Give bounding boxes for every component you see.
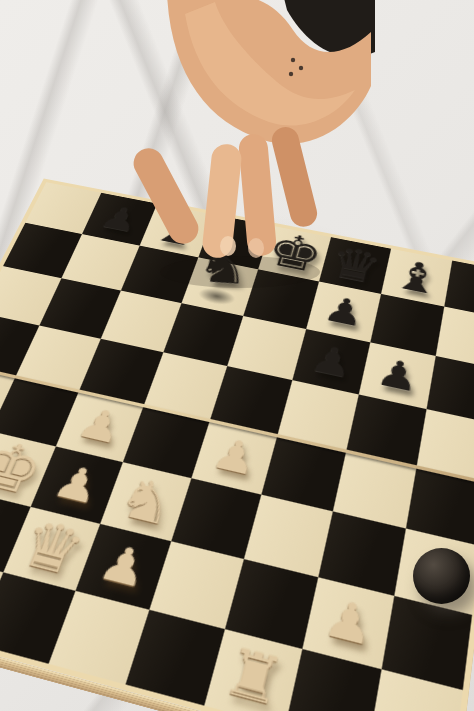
square-e1[interactable]	[126, 610, 225, 706]
square-h4[interactable]	[406, 466, 474, 546]
square-c2[interactable]	[3, 507, 100, 591]
square-g4[interactable]	[333, 451, 417, 529]
hand-illustration	[55, 0, 375, 334]
square-g3[interactable]	[318, 511, 406, 596]
square-e4[interactable]	[191, 420, 277, 495]
square-e2[interactable]	[149, 541, 244, 629]
thumb	[128, 143, 203, 249]
square-f3[interactable]	[244, 495, 333, 578]
piece-white-pawn-c4[interactable]: ♟	[56, 391, 144, 463]
scene: ♟♝♚♛♝♞♟♟♟♟♟♚♟♞♛♟♟♜	[0, 0, 474, 711]
square-b1[interactable]	[0, 554, 3, 643]
square-e3[interactable]	[171, 478, 261, 559]
square-c3[interactable]	[31, 446, 123, 523]
square-h1[interactable]	[368, 669, 463, 711]
square-d2[interactable]	[76, 524, 172, 610]
hand	[55, 0, 375, 334]
piece-white-rook-f1[interactable]: ♜	[204, 629, 302, 711]
piece-black-pawn-g6[interactable]: ♟	[359, 342, 436, 409]
square-b3[interactable]	[0, 431, 56, 507]
middle-nail	[248, 238, 264, 258]
square-c1[interactable]	[0, 572, 76, 663]
piece-white-pawn-g2[interactable]: ♟	[302, 577, 394, 669]
piece-white-pawn-e4[interactable]: ♟	[191, 420, 277, 495]
piece-black-bishop-g8[interactable]: ♝	[381, 249, 452, 307]
square-d1[interactable]	[49, 591, 150, 685]
captured-black-pawn[interactable]	[413, 548, 470, 604]
square-g1[interactable]	[285, 649, 382, 711]
index-nail	[220, 236, 236, 256]
piece-white-queen-c2[interactable]: ♛	[3, 507, 100, 591]
square-h2[interactable]	[382, 596, 472, 690]
square-f2[interactable]	[225, 559, 318, 649]
square-b2[interactable]	[0, 490, 31, 572]
piece-white-king-b3[interactable]: ♚	[0, 431, 56, 507]
hand-shadow	[160, 256, 320, 288]
square-f1[interactable]	[204, 629, 302, 711]
piece-white-pawn-d2[interactable]: ♟	[76, 524, 172, 610]
square-d3[interactable]	[100, 462, 191, 541]
square-f4[interactable]	[261, 435, 346, 511]
piece-white-pawn-c3[interactable]: ♟	[31, 446, 123, 523]
piece-white-knight-d3[interactable]: ♞	[100, 462, 191, 541]
square-g2[interactable]	[302, 577, 394, 669]
square-h5[interactable]	[417, 409, 474, 482]
